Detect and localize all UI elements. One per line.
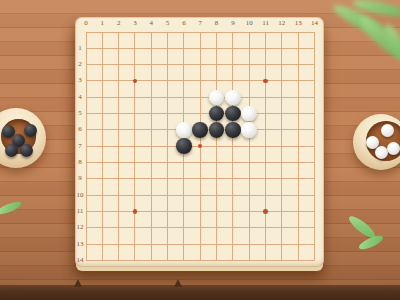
black-stone xyxy=(176,138,192,154)
black-stone-in-bowl xyxy=(24,124,37,137)
row-label: 7 xyxy=(75,142,85,151)
white-stone xyxy=(241,122,257,138)
black-stone-in-bowl xyxy=(5,144,18,157)
row-label: 9 xyxy=(75,174,85,183)
black-stone xyxy=(209,122,225,138)
star-point xyxy=(133,209,138,214)
star-point xyxy=(198,144,203,149)
white-stone-in-bowl xyxy=(375,146,388,159)
wood-notch xyxy=(174,279,182,287)
column-label: 1 xyxy=(94,19,110,28)
row-label: 12 xyxy=(75,223,85,232)
row-label: 3 xyxy=(75,76,85,85)
star-point xyxy=(133,79,138,84)
black-stone xyxy=(209,106,225,122)
table-front-edge xyxy=(0,285,400,300)
column-label: 10 xyxy=(241,19,257,28)
row-label: 11 xyxy=(75,207,85,216)
column-label: 11 xyxy=(258,19,274,28)
column-label: 12 xyxy=(274,19,290,28)
column-label: 3 xyxy=(127,19,143,28)
white-stone-in-bowl xyxy=(381,124,394,137)
row-label: 4 xyxy=(75,93,85,102)
column-label: 2 xyxy=(111,19,127,28)
grid-line-horizontal xyxy=(86,227,315,228)
row-label: 10 xyxy=(75,191,85,200)
column-label: 5 xyxy=(160,19,176,28)
column-label: 7 xyxy=(192,19,208,28)
board-grid[interactable]: 012345678910111213141234567891011121314 xyxy=(75,17,324,267)
black-stone xyxy=(225,106,241,122)
white-stone-in-bowl xyxy=(387,142,400,155)
white-stone xyxy=(209,90,225,106)
game-board: 012345678910111213141234567891011121314 xyxy=(75,17,324,267)
column-label: 6 xyxy=(176,19,192,28)
black-stone-in-bowl xyxy=(20,144,33,157)
star-point xyxy=(263,79,268,84)
grid-line-horizontal xyxy=(86,244,315,245)
row-label: 2 xyxy=(75,60,85,69)
column-label: 9 xyxy=(225,19,241,28)
row-label: 1 xyxy=(75,44,85,53)
white-stone xyxy=(176,122,192,138)
grid-line-horizontal xyxy=(86,260,315,261)
row-label: 13 xyxy=(75,240,85,249)
row-label: 8 xyxy=(75,158,85,167)
column-label: 4 xyxy=(143,19,159,28)
white-stone xyxy=(225,90,241,106)
column-label: 0 xyxy=(78,19,94,28)
grid-line-vertical xyxy=(298,32,299,261)
gomoku-app: 012345678910111213141234567891011121314 xyxy=(0,0,400,300)
row-label: 14 xyxy=(75,256,85,265)
column-label: 8 xyxy=(209,19,225,28)
wood-notch xyxy=(74,279,82,287)
star-point xyxy=(263,209,268,214)
column-label: 14 xyxy=(306,19,322,28)
row-label: 6 xyxy=(75,125,85,134)
row-label: 5 xyxy=(75,109,85,118)
black-stone xyxy=(192,122,208,138)
white-stone-bowl xyxy=(353,114,400,170)
black-stone xyxy=(225,122,241,138)
white-stone xyxy=(241,106,257,122)
column-label: 13 xyxy=(290,19,306,28)
grid-line-vertical xyxy=(314,32,315,261)
